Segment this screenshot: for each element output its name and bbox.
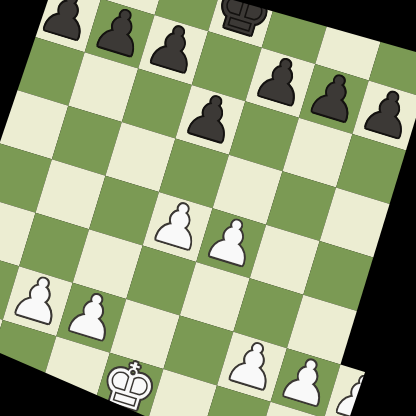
screenshot-canvas: ♚♟♟♟♟♟♟♟♟♟♟♟♟♟♚ ♟ [0, 0, 416, 416]
board-grid: ♚♟♟♟♟♟♟♟♟♟♟♟♟♟♚ [0, 0, 416, 416]
chess-board: ♚♟♟♟♟♟♟♟♟♟♟♟♟♟♚ ♟ [0, 0, 416, 416]
